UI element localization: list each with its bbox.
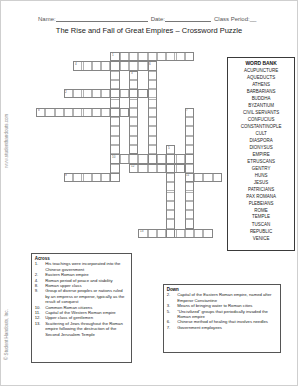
- grid-cell: [148, 80, 157, 89]
- clue-item: 7.Government employees: [167, 325, 277, 330]
- word-bank-entry: JESUS: [228, 179, 294, 186]
- grid-cell: [194, 229, 203, 238]
- grid-cell: [176, 229, 185, 238]
- grid-cell: [120, 61, 129, 70]
- word-bank-entry: DIASPORA: [228, 137, 294, 144]
- crossword-grid: 12468910111213357: [36, 52, 223, 239]
- side-website-text: www.studenthandouts.com: [4, 114, 9, 168]
- clue-number: 7: [186, 108, 188, 111]
- clue-number: 10: [112, 155, 115, 158]
- clue-item: 5."Uncivilized" groups that periodically…: [167, 309, 277, 320]
- word-bank-entry: ACUPUNCTURE: [228, 67, 294, 74]
- word-bank-entry: GENTRY: [228, 165, 294, 172]
- grid-cell: [166, 229, 175, 238]
- clue-item: 13.Scattering of Jews throughout the Rom…: [35, 321, 128, 337]
- word-bank-entry: CIVIL SERVANTS: [228, 109, 294, 116]
- grid-cell: [110, 173, 119, 182]
- grid-cell: [45, 108, 54, 117]
- grid-cell: [148, 136, 157, 145]
- clue-item-text: Capital of the Eastern Roman empire, nam…: [177, 292, 276, 303]
- clue-item-number: 1.: [35, 261, 46, 272]
- grid-cell: [185, 164, 194, 173]
- word-bank-entry: PATRICIANS: [228, 186, 294, 193]
- grid-cell: [213, 173, 222, 182]
- word-bank-entry: PLEBEIANS: [228, 200, 294, 207]
- grid-cell: [101, 108, 110, 117]
- grid-cell: [129, 136, 138, 145]
- grid-cell: 4: [73, 61, 82, 70]
- word-bank-box: WORD BANK ACUPUNCTUREAQUEDUCTSATHENSBARB…: [227, 57, 295, 251]
- grid-cell: [129, 89, 138, 98]
- grid-cell: [185, 145, 194, 154]
- grid-cell: [110, 61, 119, 70]
- clue-number: 6: [149, 62, 151, 65]
- grid-cell: [185, 192, 194, 201]
- grid-cell: [129, 80, 138, 89]
- across-title: Across: [35, 256, 128, 261]
- grid-cell: [166, 52, 175, 61]
- clue-number: 4: [75, 62, 77, 65]
- grid-cell: [110, 145, 119, 154]
- across-clue-list: 1.His teachings were incorporated into t…: [35, 261, 128, 337]
- clue-item-number: 2.: [167, 292, 178, 303]
- grid-cell: [157, 52, 166, 61]
- clue-number: 2: [65, 90, 67, 93]
- grid-cell: [185, 52, 194, 61]
- grid-cell: [185, 201, 194, 210]
- word-bank-entry: TUSCAN: [228, 221, 294, 228]
- clue-item-text: Group of diverse peoples or nations rule…: [45, 288, 127, 304]
- grid-cell: [120, 52, 129, 61]
- clue-item-text: Government employees: [177, 325, 276, 330]
- grid-cell: [92, 108, 101, 117]
- date-blank: [165, 14, 211, 22]
- clue-number: 3: [131, 71, 133, 74]
- word-bank-entry: TEMPLE: [228, 214, 294, 221]
- grid-cell: [138, 154, 147, 163]
- word-bank-entry: VENICE: [228, 235, 294, 242]
- clue-number: 5: [168, 146, 170, 149]
- grid-cell: 7: [185, 108, 194, 117]
- grid-cell: [110, 108, 119, 117]
- word-bank-entry: ROME: [228, 207, 294, 214]
- grid-cell: [110, 71, 119, 80]
- grid-cell: [185, 126, 194, 135]
- clue-item-number: 9.: [35, 288, 46, 304]
- grid-cell: [148, 108, 157, 117]
- word-bank-entry: ATHENS: [228, 81, 294, 88]
- grid-cell: [138, 164, 147, 173]
- grid-cell: [176, 164, 185, 173]
- grid-cell: [148, 164, 157, 173]
- grid-cell: [148, 126, 157, 135]
- grid-cell: [185, 154, 194, 163]
- word-bank-entry: AQUEDUCTS: [228, 74, 294, 81]
- grid-cell: [110, 126, 119, 135]
- grid-cell: [157, 229, 166, 238]
- grid-cell: 1: [110, 52, 119, 61]
- grid-cell: [166, 201, 175, 210]
- word-bank-entry: BYZANTIUM: [228, 102, 294, 109]
- grid-cell: [83, 89, 92, 98]
- class-period-label: Class Period:: [214, 16, 250, 22]
- grid-cell: [101, 173, 110, 182]
- grid-cell: [148, 89, 157, 98]
- grid-cell: [185, 117, 194, 126]
- word-bank-entry: CONSTANTINOPLE: [228, 123, 294, 130]
- name-label: Name:: [38, 16, 56, 22]
- word-bank-entry: CONFUCIUS: [228, 116, 294, 123]
- grid-cell: [129, 154, 138, 163]
- grid-cell: [120, 154, 129, 163]
- word-bank-entry: HUNS: [228, 172, 294, 179]
- grid-cell: [203, 229, 212, 238]
- clue-item: 1.His teachings were incorporated into t…: [35, 261, 128, 272]
- grid-cell: [64, 108, 73, 117]
- clue-number: 11: [186, 173, 189, 176]
- word-bank-entry: EMPIRE: [228, 151, 294, 158]
- name-date-line: Name: Date: Class Period: __: [38, 14, 266, 22]
- across-clues-box: Across 1.His teachings were incorporated…: [31, 253, 132, 363]
- grid-cell: 3: [129, 71, 138, 80]
- grid-cell: [83, 108, 92, 117]
- down-clue-list: 2.Capital of the Eastern Roman empire, n…: [167, 292, 277, 330]
- grid-cell: [101, 61, 110, 70]
- grid-cell: [166, 219, 175, 228]
- side-copyright-text: © Student Handouts, Inc.: [4, 309, 9, 360]
- page-title: The Rise and Fall of Great Empires – Cro…: [0, 26, 298, 35]
- grid-cell: [110, 99, 119, 108]
- word-bank-entry: ETRUSCANS: [228, 158, 294, 165]
- grid-cell: [129, 52, 138, 61]
- grid-cell: [166, 164, 175, 173]
- word-bank-entry: PAX ROMANA: [228, 193, 294, 200]
- grid-cell: [148, 99, 157, 108]
- grid-cell: [55, 108, 64, 117]
- grid-cell: [157, 154, 166, 163]
- grid-cell: 11: [185, 173, 194, 182]
- clue-item: 2.Capital of the Eastern Roman empire, n…: [167, 292, 277, 303]
- clue-item-text: "Uncivilized" groups that periodically i…: [177, 309, 276, 320]
- clue-item-text: His teachings were incorporated into the…: [45, 261, 127, 272]
- grid-cell: [129, 61, 138, 70]
- grid-cell: [92, 173, 101, 182]
- grid-cell: 5: [166, 145, 175, 154]
- grid-cell: [92, 61, 101, 70]
- grid-cell: [185, 182, 194, 191]
- date-label: Date:: [151, 16, 165, 22]
- grid-cell: [203, 173, 212, 182]
- grid-cell: 9: [64, 173, 73, 182]
- grid-cell: [194, 173, 203, 182]
- word-bank-entry: BARBARIANS: [228, 88, 294, 95]
- grid-cell: [148, 52, 157, 61]
- grid-cell: [166, 154, 175, 163]
- grid-cell: [110, 89, 119, 98]
- class-period-blank: __: [250, 16, 257, 22]
- word-bank-list: ACUPUNCTUREAQUEDUCTSATHENSBARBARIANSBUDD…: [228, 67, 294, 242]
- grid-cell: [166, 210, 175, 219]
- grid-cell: [120, 89, 129, 98]
- word-bank-entry: DIONYSUS: [228, 144, 294, 151]
- clue-number: 1: [112, 53, 114, 56]
- word-bank-entry: REPUBLIC: [228, 228, 294, 235]
- grid-cell: [157, 164, 166, 173]
- word-bank-entry: CULT: [228, 130, 294, 137]
- grid-cell: [176, 52, 185, 61]
- clue-number: 13: [140, 229, 143, 232]
- grid-cell: [148, 71, 157, 80]
- clue-item-number: 7.: [167, 325, 178, 330]
- clue-item-number: 5.: [167, 309, 178, 320]
- grid-cell: [129, 99, 138, 108]
- grid-cell: [110, 80, 119, 89]
- grid-cell: [110, 136, 119, 145]
- grid-cell: [92, 89, 101, 98]
- grid-cell: [185, 136, 194, 145]
- grid-cell: [110, 164, 119, 173]
- grid-cell: [73, 108, 82, 117]
- grid-cell: 12: [129, 164, 138, 173]
- grid-cell: [110, 117, 119, 126]
- grid-cell: [176, 154, 185, 163]
- grid-cell: [129, 117, 138, 126]
- grid-cell: [138, 89, 147, 98]
- clue-item-text: Scattering of Jews throughout the Roman …: [45, 321, 127, 337]
- clue-number: 9: [65, 173, 67, 176]
- grid-cell: [185, 229, 194, 238]
- grid-cell: [185, 210, 194, 219]
- grid-cell: [129, 126, 138, 135]
- grid-cell: [148, 229, 157, 238]
- grid-cell: [83, 173, 92, 182]
- down-title: Down: [167, 287, 277, 292]
- grid-cell: 6: [148, 61, 157, 70]
- clue-number: 12: [131, 164, 134, 167]
- grid-cell: 13: [138, 229, 147, 238]
- grid-cell: [129, 108, 138, 117]
- grid-cell: [73, 173, 82, 182]
- worksheet-page: Name: Date: Class Period: __ The Rise an…: [0, 0, 298, 386]
- name-blank: [56, 14, 148, 22]
- clue-number: 8: [38, 108, 40, 111]
- clue-item: 9.Group of diverse peoples or nations ru…: [35, 288, 128, 304]
- word-bank-title: WORD BANK: [228, 60, 294, 66]
- grid-cell: [185, 219, 194, 228]
- clue-item-number: 13.: [35, 321, 46, 337]
- grid-cell: [101, 89, 110, 98]
- grid-cell: [83, 61, 92, 70]
- grid-cell: 2: [64, 89, 73, 98]
- word-bank-entry: BUDDHA: [228, 95, 294, 102]
- grid-cell: [138, 61, 147, 70]
- grid-cell: 8: [36, 108, 45, 117]
- grid-cell: [148, 117, 157, 126]
- grid-cell: [129, 145, 138, 154]
- down-clues-box: Down 2.Capital of the Eastern Roman empi…: [163, 284, 281, 353]
- grid-cell: [73, 89, 82, 98]
- grid-cell: 10: [110, 154, 119, 163]
- grid-cell: [120, 108, 129, 117]
- grid-cell: [148, 145, 157, 154]
- grid-cell: [138, 52, 147, 61]
- grid-cell: [166, 192, 175, 201]
- grid-cell: [166, 182, 175, 191]
- grid-cell: [166, 173, 175, 182]
- grid-cell: [148, 154, 157, 163]
